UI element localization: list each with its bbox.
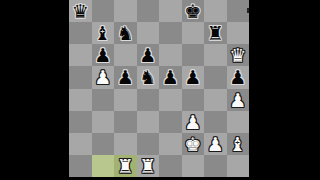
- square-d4[interactable]: [137, 89, 160, 111]
- cursor-mark: [247, 8, 249, 13]
- square-e3[interactable]: [159, 111, 182, 133]
- square-d7[interactable]: [137, 22, 160, 44]
- black-pawn-c5: ♟: [117, 66, 134, 88]
- white-pawn-h4: ♟: [229, 89, 246, 111]
- white-king-f2: ♚: [184, 133, 201, 155]
- square-d1[interactable]: ♜: [137, 155, 160, 177]
- square-h5[interactable]: ♟: [227, 66, 250, 88]
- square-b6[interactable]: ♟: [92, 44, 115, 66]
- black-pawn-d6: ♟: [139, 44, 156, 66]
- square-h4[interactable]: ♟: [227, 89, 250, 111]
- square-g1[interactable]: [204, 155, 227, 177]
- square-b5[interactable]: ♟: [92, 66, 115, 88]
- square-f2[interactable]: ♚: [182, 133, 205, 155]
- square-f4[interactable]: [182, 89, 205, 111]
- square-h6[interactable]: ♛: [227, 44, 250, 66]
- square-h7[interactable]: [227, 22, 250, 44]
- square-e6[interactable]: [159, 44, 182, 66]
- square-e7[interactable]: [159, 22, 182, 44]
- square-a7[interactable]: [69, 22, 92, 44]
- square-g7[interactable]: ♜: [204, 22, 227, 44]
- square-h8[interactable]: [227, 0, 250, 22]
- square-b7[interactable]: ♝: [92, 22, 115, 44]
- letterbox-stage: ♛♚♝♞♜♟♟♛♟♟♞♟♟♟♟♟♚♟♝♜♜: [0, 0, 320, 180]
- square-g2[interactable]: ♟: [204, 133, 227, 155]
- square-g8[interactable]: [204, 0, 227, 22]
- square-e1[interactable]: [159, 155, 182, 177]
- white-pawn-b5: ♟: [94, 66, 111, 88]
- square-h1[interactable]: [227, 155, 250, 177]
- white-rook-c1: ♜: [117, 155, 134, 177]
- square-f5[interactable]: ♟: [182, 66, 205, 88]
- square-d6[interactable]: ♟: [137, 44, 160, 66]
- square-b3[interactable]: [92, 111, 115, 133]
- square-c3[interactable]: [114, 111, 137, 133]
- square-f3[interactable]: ♟: [182, 111, 205, 133]
- square-b2[interactable]: [92, 133, 115, 155]
- square-f1[interactable]: [182, 155, 205, 177]
- black-pawn-f5: ♟: [184, 66, 201, 88]
- square-b4[interactable]: [92, 89, 115, 111]
- square-a6[interactable]: [69, 44, 92, 66]
- square-c6[interactable]: [114, 44, 137, 66]
- white-bishop-h2: ♝: [229, 133, 246, 155]
- square-f7[interactable]: [182, 22, 205, 44]
- white-queen-h6: ♛: [229, 44, 246, 66]
- white-pawn-f3: ♟: [184, 111, 201, 133]
- white-pawn-g2: ♟: [207, 133, 224, 155]
- square-h2[interactable]: ♝: [227, 133, 250, 155]
- square-c7[interactable]: ♞: [114, 22, 137, 44]
- square-a4[interactable]: [69, 89, 92, 111]
- square-f6[interactable]: [182, 44, 205, 66]
- square-e8[interactable]: [159, 0, 182, 22]
- square-b1[interactable]: [92, 155, 115, 177]
- square-e5[interactable]: ♟: [159, 66, 182, 88]
- square-e4[interactable]: [159, 89, 182, 111]
- square-c5[interactable]: ♟: [114, 66, 137, 88]
- board-grid: ♛♚♝♞♜♟♟♛♟♟♞♟♟♟♟♟♚♟♝♜♜: [69, 0, 249, 177]
- square-f8[interactable]: ♚: [182, 0, 205, 22]
- square-c8[interactable]: [114, 0, 137, 22]
- black-pawn-b6: ♟: [94, 44, 111, 66]
- square-b8[interactable]: [92, 0, 115, 22]
- black-knight-c7: ♞: [117, 22, 134, 44]
- square-a8[interactable]: ♛: [69, 0, 92, 22]
- square-e2[interactable]: [159, 133, 182, 155]
- square-a1[interactable]: [69, 155, 92, 177]
- square-d8[interactable]: [137, 0, 160, 22]
- black-queen-a8: ♛: [72, 0, 89, 22]
- black-bishop-b7: ♝: [94, 22, 111, 44]
- square-g4[interactable]: [204, 89, 227, 111]
- square-c4[interactable]: [114, 89, 137, 111]
- black-pawn-e5: ♟: [162, 66, 179, 88]
- square-d5[interactable]: ♞: [137, 66, 160, 88]
- black-pawn-h5: ♟: [229, 66, 246, 88]
- board-bottom-edge: [69, 177, 249, 180]
- black-king-f8: ♚: [184, 0, 201, 22]
- square-c2[interactable]: [114, 133, 137, 155]
- square-d2[interactable]: [137, 133, 160, 155]
- square-a5[interactable]: [69, 66, 92, 88]
- square-h3[interactable]: [227, 111, 250, 133]
- black-rook-g7: ♜: [207, 22, 224, 44]
- square-d3[interactable]: [137, 111, 160, 133]
- white-rook-d1: ♜: [139, 155, 156, 177]
- square-g6[interactable]: [204, 44, 227, 66]
- square-g3[interactable]: [204, 111, 227, 133]
- square-g5[interactable]: [204, 66, 227, 88]
- square-a2[interactable]: [69, 133, 92, 155]
- square-a3[interactable]: [69, 111, 92, 133]
- black-knight-d5: ♞: [139, 66, 156, 88]
- chess-board: ♛♚♝♞♜♟♟♛♟♟♞♟♟♟♟♟♚♟♝♜♜: [69, 0, 249, 180]
- square-c1[interactable]: ♜: [114, 155, 137, 177]
